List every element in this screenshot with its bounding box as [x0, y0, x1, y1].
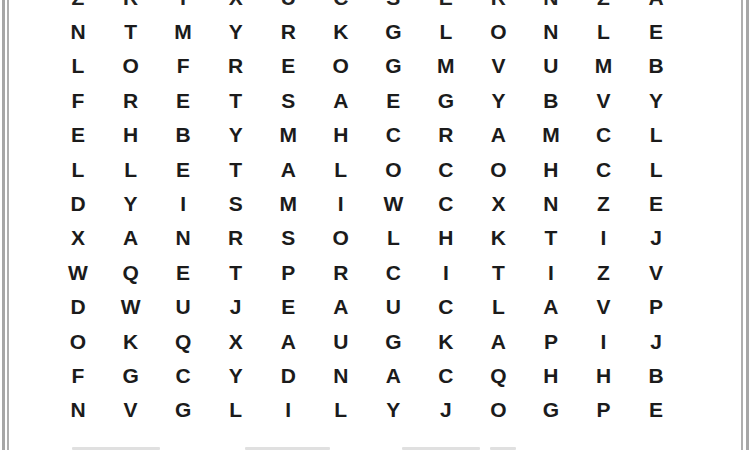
grid-cell-r9c1[interactable]: D — [52, 290, 105, 324]
grid-cell-r9c7[interactable]: U — [367, 290, 420, 324]
cutoff-wordlist-text-strip — [402, 447, 480, 450]
grid-cell-r0c5[interactable]: U — [262, 0, 315, 14]
grid-cell-r8c11[interactable]: Z — [577, 255, 630, 289]
grid-cell-r2c1[interactable]: L — [52, 49, 105, 83]
grid-cell-r3c10[interactable]: B — [525, 83, 578, 117]
grid-cell-r1c4[interactable]: Y — [209, 14, 262, 48]
grid-cell-r9c11[interactable]: V — [577, 290, 630, 324]
grid-cell-r10c6[interactable]: U — [314, 324, 367, 358]
grid-cell-r7c11[interactable]: I — [577, 221, 630, 255]
grid-cell-r7c4[interactable]: R — [209, 221, 262, 255]
grid-cell-r8c8[interactable]: I — [420, 255, 473, 289]
grid-cell-r1c6[interactable]: K — [314, 14, 367, 48]
grid-cell-r2c4[interactable]: R — [209, 49, 262, 83]
grid-cell-r5c6[interactable]: L — [314, 152, 367, 186]
grid-cell-r6c7[interactable]: W — [367, 186, 420, 220]
grid-cell-r7c3[interactable]: N — [157, 221, 210, 255]
grid-cell-r10c2[interactable]: K — [104, 324, 157, 358]
grid-cell-r11c9[interactable]: Q — [472, 358, 525, 392]
grid-cell-r4c8[interactable]: R — [420, 118, 473, 152]
grid-cell-r11c2[interactable]: G — [104, 358, 157, 392]
grid-cell-r12c12[interactable]: E — [630, 393, 683, 427]
grid-cell-r5c11[interactable]: C — [577, 152, 630, 186]
grid-cell-r9c5[interactable]: E — [262, 290, 315, 324]
grid-cell-r10c8[interactable]: K — [420, 324, 473, 358]
grid-cell-r7c8[interactable]: H — [420, 221, 473, 255]
grid-cell-r3c3[interactable]: E — [157, 83, 210, 117]
grid-cell-r10c11[interactable]: I — [577, 324, 630, 358]
grid-cell-r9c3[interactable]: U — [157, 290, 210, 324]
grid-cell-r11c12[interactable]: B — [630, 358, 683, 392]
grid-cell-r9c4[interactable]: J — [209, 290, 262, 324]
grid-cell-r4c11[interactable]: C — [577, 118, 630, 152]
grid-cell-r3c9[interactable]: Y — [472, 83, 525, 117]
grid-cell-r1c11[interactable]: L — [577, 14, 630, 48]
grid-cell-r10c5[interactable]: A — [262, 324, 315, 358]
grid-cell-r6c1[interactable]: D — [52, 186, 105, 220]
grid-cell-r12c2[interactable]: V — [104, 393, 157, 427]
grid-cell-r11c10[interactable]: H — [525, 358, 578, 392]
grid-cell-r2c9[interactable]: V — [472, 49, 525, 83]
page-frame-left-inner-line — [7, 0, 9, 450]
grid-cell-r0c11[interactable]: Z — [577, 0, 630, 14]
grid-cell-r9c9[interactable]: L — [472, 290, 525, 324]
grid-cell-r10c10[interactable]: P — [525, 324, 578, 358]
grid-cell-r7c6[interactable]: O — [314, 221, 367, 255]
grid-cell-r6c11[interactable]: Z — [577, 186, 630, 220]
grid-cell-r0c1[interactable]: Z — [52, 0, 105, 14]
grid-cell-r8c12[interactable]: V — [630, 255, 683, 289]
grid-cell-r3c5[interactable]: S — [262, 83, 315, 117]
grid-cell-r3c2[interactable]: R — [104, 83, 157, 117]
grid-cell-r11c3[interactable]: C — [157, 358, 210, 392]
grid-cell-r12c3[interactable]: G — [157, 393, 210, 427]
grid-cell-r5c1[interactable]: L — [52, 152, 105, 186]
page-frame-left-outer-line — [2, 0, 5, 450]
grid-cell-r3c4[interactable]: T — [209, 83, 262, 117]
grid-cell-r6c5[interactable]: M — [262, 186, 315, 220]
grid-cell-r0c12[interactable]: A — [630, 0, 683, 14]
grid-cell-r4c4[interactable]: Y — [209, 118, 262, 152]
grid-cell-r4c2[interactable]: H — [104, 118, 157, 152]
grid-cell-r12c9[interactable]: O — [472, 393, 525, 427]
grid-cell-r1c1[interactable]: N — [52, 14, 105, 48]
grid-cell-r5c4[interactable]: T — [209, 152, 262, 186]
grid-cell-r11c4[interactable]: Y — [209, 358, 262, 392]
grid-cell-r8c10[interactable]: I — [525, 255, 578, 289]
grid-cell-r1c3[interactable]: M — [157, 14, 210, 48]
grid-cell-r1c7[interactable]: G — [367, 14, 420, 48]
grid-cell-r9c6[interactable]: A — [314, 290, 367, 324]
grid-cell-r0c3[interactable]: Y — [157, 0, 210, 14]
grid-cell-r10c3[interactable]: Q — [157, 324, 210, 358]
page-frame-right-outer-line — [746, 0, 749, 450]
grid-cell-r12c10[interactable]: G — [525, 393, 578, 427]
grid-cell-r10c7[interactable]: G — [367, 324, 420, 358]
grid-cell-r4c3[interactable]: B — [157, 118, 210, 152]
grid-cell-r3c12[interactable]: Y — [630, 83, 683, 117]
grid-cell-r11c7[interactable]: A — [367, 358, 420, 392]
grid-cell-r11c11[interactable]: H — [577, 358, 630, 392]
grid-cell-r12c11[interactable]: P — [577, 393, 630, 427]
grid-cell-r11c5[interactable]: D — [262, 358, 315, 392]
grid-cell-r6c4[interactable]: S — [209, 186, 262, 220]
grid-cell-r5c3[interactable]: E — [157, 152, 210, 186]
grid-cell-r7c1[interactable]: X — [52, 221, 105, 255]
grid-cell-r2c2[interactable]: O — [104, 49, 157, 83]
grid-cell-r11c1[interactable]: F — [52, 358, 105, 392]
grid-cell-r6c9[interactable]: X — [472, 186, 525, 220]
grid-cell-r12c7[interactable]: Y — [367, 393, 420, 427]
grid-cell-r12c8[interactable]: J — [420, 393, 473, 427]
word-search-grid: ZRYXUCSERNZANTMYRKGLONLELOFREOGMVUMBFRET… — [52, 0, 683, 427]
grid-cell-r7c9[interactable]: K — [472, 221, 525, 255]
grid-cell-r3c7[interactable]: E — [367, 83, 420, 117]
cutoff-wordlist-text-strip — [72, 447, 160, 450]
grid-cell-r5c10[interactable]: H — [525, 152, 578, 186]
grid-cell-r4c10[interactable]: M — [525, 118, 578, 152]
grid-cell-r2c8[interactable]: M — [420, 49, 473, 83]
grid-cell-r11c6[interactable]: N — [314, 358, 367, 392]
grid-cell-r8c6[interactable]: R — [314, 255, 367, 289]
grid-cell-r7c10[interactable]: T — [525, 221, 578, 255]
grid-cell-r0c7[interactable]: S — [367, 0, 420, 14]
grid-cell-r5c9[interactable]: O — [472, 152, 525, 186]
grid-cell-r8c3[interactable]: E — [157, 255, 210, 289]
grid-cell-r5c2[interactable]: L — [104, 152, 157, 186]
grid-cell-r0c8[interactable]: E — [420, 0, 473, 14]
grid-cell-r12c6[interactable]: L — [314, 393, 367, 427]
grid-cell-r1c2[interactable]: T — [104, 14, 157, 48]
grid-cell-r5c7[interactable]: O — [367, 152, 420, 186]
grid-cell-r6c2[interactable]: Y — [104, 186, 157, 220]
grid-cell-r0c6[interactable]: C — [314, 0, 367, 14]
grid-cell-r2c6[interactable]: O — [314, 49, 367, 83]
grid-cell-r10c1[interactable]: O — [52, 324, 105, 358]
grid-cell-r4c1[interactable]: E — [52, 118, 105, 152]
grid-cell-r0c2[interactable]: R — [104, 0, 157, 14]
grid-cell-r6c3[interactable]: I — [157, 186, 210, 220]
grid-cell-r1c10[interactable]: N — [525, 14, 578, 48]
grid-cell-r8c5[interactable]: P — [262, 255, 315, 289]
grid-cell-r4c12[interactable]: L — [630, 118, 683, 152]
grid-cell-r1c8[interactable]: L — [420, 14, 473, 48]
cutoff-wordlist-text-strip — [490, 447, 516, 450]
grid-cell-r2c10[interactable]: U — [525, 49, 578, 83]
cutoff-wordlist-text-strip — [245, 447, 330, 450]
grid-cell-r5c5[interactable]: A — [262, 152, 315, 186]
grid-cell-r4c6[interactable]: H — [314, 118, 367, 152]
grid-cell-r12c4[interactable]: L — [209, 393, 262, 427]
grid-cell-r10c4[interactable]: X — [209, 324, 262, 358]
grid-cell-r2c5[interactable]: E — [262, 49, 315, 83]
grid-cell-r9c8[interactable]: C — [420, 290, 473, 324]
grid-cell-r6c8[interactable]: C — [420, 186, 473, 220]
grid-cell-r1c9[interactable]: O — [472, 14, 525, 48]
grid-cell-r0c4[interactable]: X — [209, 0, 262, 14]
grid-cell-r3c6[interactable]: A — [314, 83, 367, 117]
grid-cell-r8c1[interactable]: W — [52, 255, 105, 289]
grid-cell-r0c9[interactable]: R — [472, 0, 525, 14]
grid-cell-r2c11[interactable]: M — [577, 49, 630, 83]
grid-cell-r10c9[interactable]: A — [472, 324, 525, 358]
grid-cell-r4c9[interactable]: A — [472, 118, 525, 152]
grid-cell-r6c12[interactable]: E — [630, 186, 683, 220]
grid-cell-r2c7[interactable]: G — [367, 49, 420, 83]
grid-cell-r4c7[interactable]: C — [367, 118, 420, 152]
grid-cell-r7c2[interactable]: A — [104, 221, 157, 255]
grid-cell-r7c12[interactable]: J — [630, 221, 683, 255]
page-frame-right-inner-line — [741, 0, 743, 450]
grid-cell-r12c5[interactable]: I — [262, 393, 315, 427]
grid-cell-r8c4[interactable]: T — [209, 255, 262, 289]
grid-cell-r3c11[interactable]: V — [577, 83, 630, 117]
grid-cell-r9c10[interactable]: A — [525, 290, 578, 324]
grid-cell-r0c10[interactable]: N — [525, 0, 578, 14]
grid-cell-r10c12[interactable]: J — [630, 324, 683, 358]
grid-cell-r3c8[interactable]: G — [420, 83, 473, 117]
grid-cell-r4c5[interactable]: M — [262, 118, 315, 152]
grid-cell-r12c1[interactable]: N — [52, 393, 105, 427]
grid-cell-r11c8[interactable]: C — [420, 358, 473, 392]
grid-cell-r2c3[interactable]: F — [157, 49, 210, 83]
grid-cell-r8c7[interactable]: C — [367, 255, 420, 289]
grid-cell-r3c1[interactable]: F — [52, 83, 105, 117]
grid-cell-r5c12[interactable]: L — [630, 152, 683, 186]
grid-cell-r7c5[interactable]: S — [262, 221, 315, 255]
grid-cell-r1c5[interactable]: R — [262, 14, 315, 48]
grid-cell-r6c6[interactable]: I — [314, 186, 367, 220]
grid-cell-r7c7[interactable]: L — [367, 221, 420, 255]
grid-cell-r9c2[interactable]: W — [104, 290, 157, 324]
grid-cell-r1c12[interactable]: E — [630, 14, 683, 48]
grid-cell-r6c10[interactable]: N — [525, 186, 578, 220]
grid-cell-r8c2[interactable]: Q — [104, 255, 157, 289]
grid-cell-r2c12[interactable]: B — [630, 49, 683, 83]
grid-cell-r9c12[interactable]: P — [630, 290, 683, 324]
grid-cell-r5c8[interactable]: C — [420, 152, 473, 186]
word-search-worksheet-page: ZRYXUCSERNZANTMYRKGLONLELOFREOGMVUMBFRET… — [0, 0, 750, 450]
grid-cell-r8c9[interactable]: T — [472, 255, 525, 289]
